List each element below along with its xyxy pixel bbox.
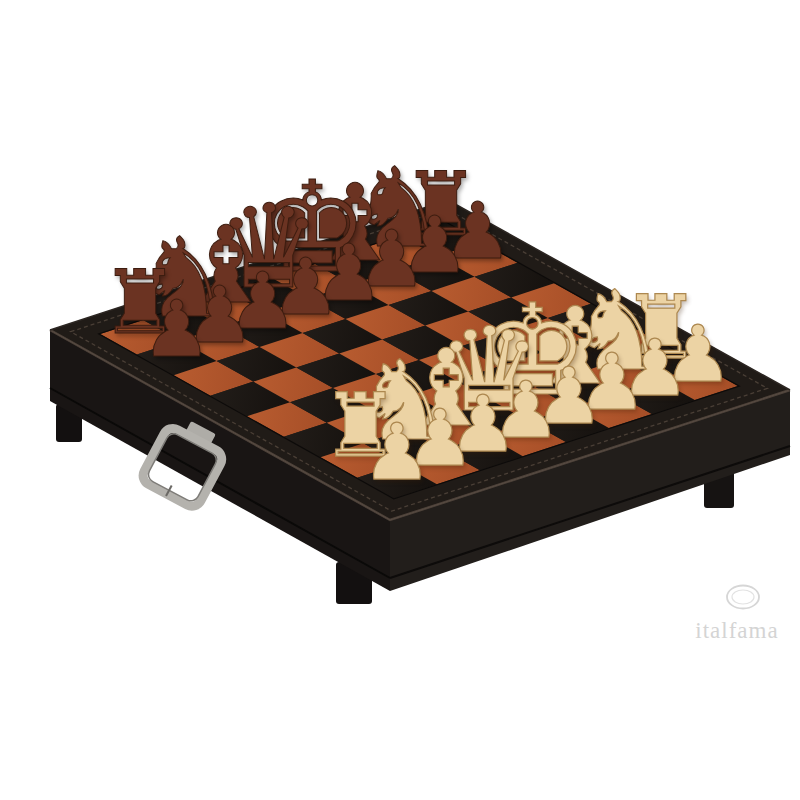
watermark-text: italfama (695, 618, 778, 643)
chess-set-photo: italfama ♜♞♝♛♚♝♞♜♟♟♟♟♟♟♟♟♜♞♝♛♚♝♞♜♟♟♟♟♟♟♟… (0, 0, 800, 800)
watermark-logo-inner (732, 590, 754, 604)
piece-black-pawn-a7[interactable]: ♟ (129, 290, 225, 368)
piece-white-pawn-a1[interactable]: ♟ (349, 413, 445, 491)
watermark: italfama (695, 586, 778, 644)
